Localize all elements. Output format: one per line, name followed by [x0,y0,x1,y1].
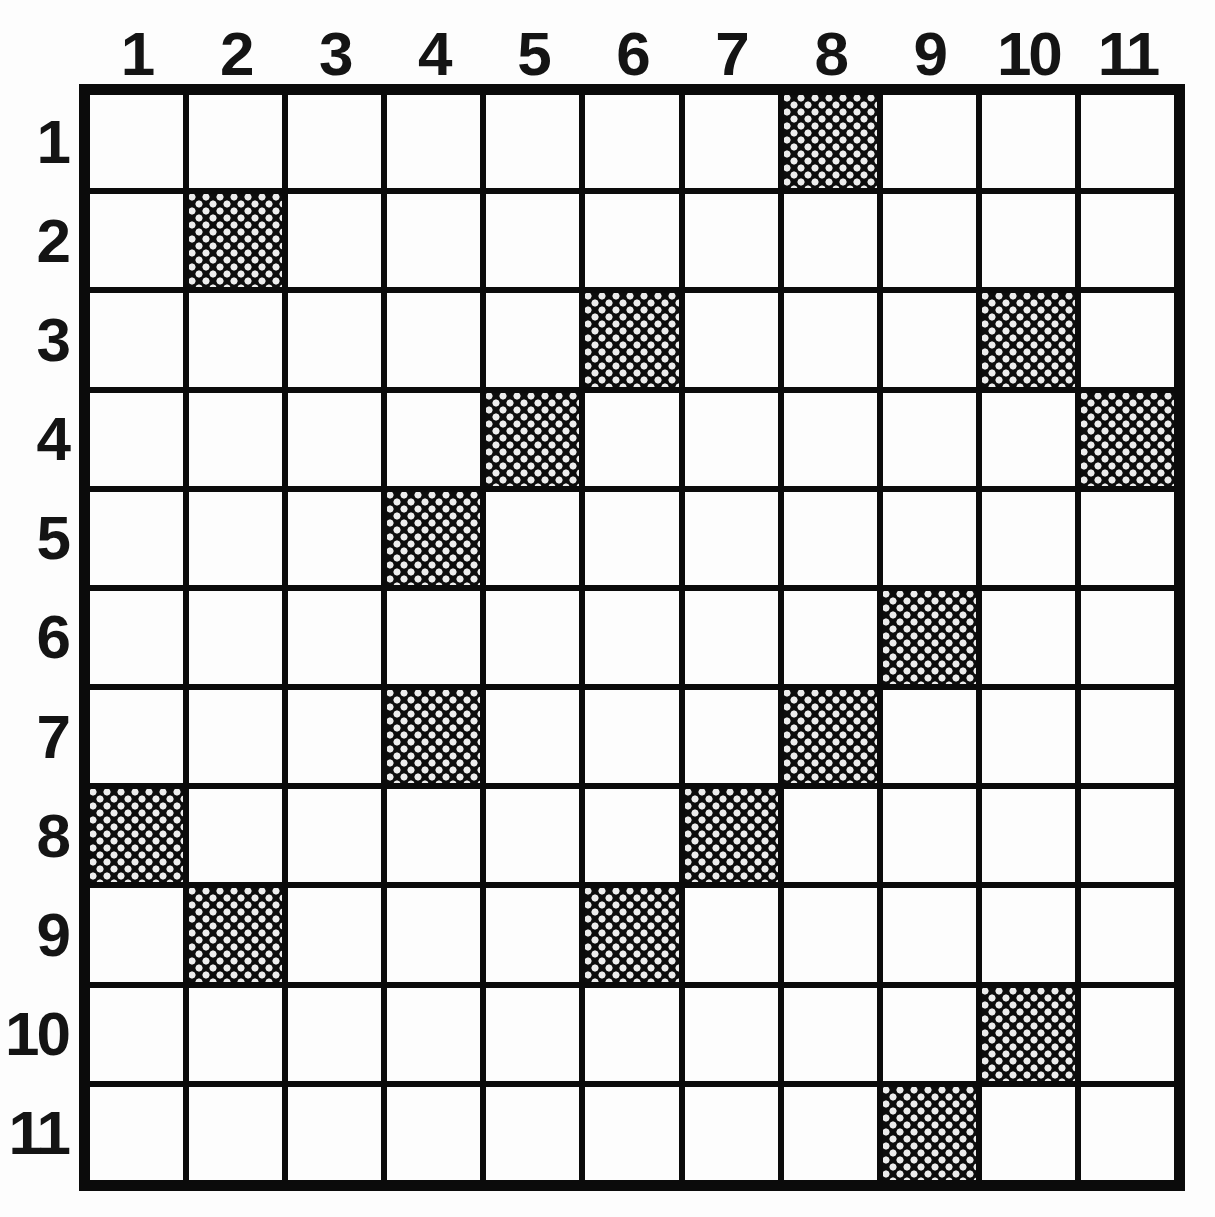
grid-cell-r1c9[interactable] [883,95,976,188]
grid-cell-r4c11[interactable] [1081,393,1174,486]
grid-cell-r7c8[interactable] [784,690,877,783]
grid-cell-r2c4[interactable] [387,194,480,287]
grid-cell-r6c4[interactable] [387,591,480,684]
grid-cell-r10c6[interactable] [585,988,678,1081]
grid-cell-r4c7[interactable] [685,393,778,486]
grid-cell-r3c8[interactable] [784,293,877,386]
grid-cell-r6c3[interactable] [288,591,381,684]
row-labels: 1234567891011 [2,95,74,1180]
grid-cell-r9c6[interactable] [585,888,678,981]
row-label-1: 1 [2,95,74,188]
grid-cell-r6c7[interactable] [685,591,778,684]
grid-cell-r8c8[interactable] [784,789,877,882]
column-labels: 1234567891011 [90,2,1174,82]
row-label-2: 2 [2,194,74,287]
col-label-8: 8 [784,2,877,82]
grid-cell-r11c10[interactable] [982,1087,1075,1180]
grid-cell-r5c8[interactable] [784,492,877,585]
col-label-5: 5 [486,2,579,82]
grid-cell-r3c9[interactable] [883,293,976,386]
grid-cell-r9c10[interactable] [982,888,1075,981]
grid-cell-r1c10[interactable] [982,95,1075,188]
grid-cell-r6c8[interactable] [784,591,877,684]
col-label-10: 10 [982,2,1075,82]
grid-cell-r8c11[interactable] [1081,789,1174,882]
grid-cell-r3c10[interactable] [982,293,1075,386]
grid-cell-r8c4[interactable] [387,789,480,882]
grid-cell-r10c7[interactable] [685,988,778,1081]
grid-cell-r2c6[interactable] [585,194,678,287]
grid-cell-r10c8[interactable] [784,988,877,1081]
grid-cell-r5c6[interactable] [585,492,678,585]
grid-cell-r5c7[interactable] [685,492,778,585]
grid-cell-r1c2[interactable] [189,95,282,188]
grid-cell-r5c2[interactable] [189,492,282,585]
col-label-3: 3 [288,2,381,82]
grid-cell-r1c6[interactable] [585,95,678,188]
grid-cell-r5c9[interactable] [883,492,976,585]
grid-cell-r5c5[interactable] [486,492,579,585]
grid-cell-r6c9[interactable] [883,591,976,684]
grid-cell-r9c2[interactable] [189,888,282,981]
grid-cell-r7c2[interactable] [189,690,282,783]
grid-cell-r11c6[interactable] [585,1087,678,1180]
grid-cell-r5c4[interactable] [387,492,480,585]
grid-cell-r2c1[interactable] [90,194,183,287]
grid-cell-r11c8[interactable] [784,1087,877,1180]
grid-cell-r1c5[interactable] [486,95,579,188]
row-label-10: 10 [2,988,74,1081]
grid-cell-r11c11[interactable] [1081,1087,1174,1180]
grid-cell-r8c6[interactable] [585,789,678,882]
grid-cell-r2c3[interactable] [288,194,381,287]
row-label-7: 7 [2,690,74,783]
grid-cell-r10c2[interactable] [189,988,282,1081]
grid-cell-r7c5[interactable] [486,690,579,783]
grid-cell-r5c3[interactable] [288,492,381,585]
grid-cell-r7c9[interactable] [883,690,976,783]
grid-cell-r10c5[interactable] [486,988,579,1081]
row-label-6: 6 [2,591,74,684]
col-label-4: 4 [387,2,480,82]
grid-cell-r2c8[interactable] [784,194,877,287]
grid-cell-r4c10[interactable] [982,393,1075,486]
row-label-5: 5 [2,492,74,585]
grid-cell-r6c5[interactable] [486,591,579,684]
grid-cell-r6c2[interactable] [189,591,282,684]
grid-cell-r4c3[interactable] [288,393,381,486]
grid-cell-r7c11[interactable] [1081,690,1174,783]
grid-cell-r8c5[interactable] [486,789,579,882]
grid-cell-r2c5[interactable] [486,194,579,287]
grid-cell-r2c2[interactable] [189,194,282,287]
col-label-7: 7 [685,2,778,82]
row-label-9: 9 [2,888,74,981]
grid-cell-r8c9[interactable] [883,789,976,882]
col-label-11: 11 [1081,2,1174,82]
grid-cell-r2c7[interactable] [685,194,778,287]
grid-cell-r9c11[interactable] [1081,888,1174,981]
grid-cell-r9c7[interactable] [685,888,778,981]
grid-cell-r4c1[interactable] [90,393,183,486]
grid-cell-r8c2[interactable] [189,789,282,882]
grid-cell-r5c11[interactable] [1081,492,1174,585]
grid-cell-r1c1[interactable] [90,95,183,188]
col-label-1: 1 [90,2,183,82]
grid-cell-r11c3[interactable] [288,1087,381,1180]
grid-cell-r9c4[interactable] [387,888,480,981]
grid-cell-r3c7[interactable] [685,293,778,386]
grid-cell-r3c5[interactable] [486,293,579,386]
grid-cell-r9c1[interactable] [90,888,183,981]
grid-cell-r10c1[interactable] [90,988,183,1081]
grid-cell-r3c1[interactable] [90,293,183,386]
grid-cell-r1c11[interactable] [1081,95,1174,188]
puzzle-board [79,84,1185,1191]
grid-cell-r3c11[interactable] [1081,293,1174,386]
col-label-9: 9 [883,2,976,82]
grid-cell-r1c7[interactable] [685,95,778,188]
grid-cell-r9c5[interactable] [486,888,579,981]
row-label-3: 3 [2,293,74,386]
grid-cell-r1c3[interactable] [288,95,381,188]
grid-cell-r7c6[interactable] [585,690,678,783]
grid-cell-r11c5[interactable] [486,1087,579,1180]
grid-cell-r10c11[interactable] [1081,988,1174,1081]
grid-cell-r4c9[interactable] [883,393,976,486]
grid-cell-r11c7[interactable] [685,1087,778,1180]
grid-cell-r9c8[interactable] [784,888,877,981]
grid-cell-r7c7[interactable] [685,690,778,783]
grid-cell-r10c3[interactable] [288,988,381,1081]
grid-cell-r2c11[interactable] [1081,194,1174,287]
grid-cell-r8c1[interactable] [90,789,183,882]
grid-cell-r4c2[interactable] [189,393,282,486]
grid-cell-r5c10[interactable] [982,492,1075,585]
grid-cell-r1c4[interactable] [387,95,480,188]
grid-cell-r6c11[interactable] [1081,591,1174,684]
grid-cell-r8c3[interactable] [288,789,381,882]
grid-cell-r4c6[interactable] [585,393,678,486]
puzzle-diagram: 1234567891011 1234567891011 [0,0,1215,1217]
grid-cell-r7c1[interactable] [90,690,183,783]
grid-cell-r11c9[interactable] [883,1087,976,1180]
col-label-2: 2 [189,2,282,82]
grid-cell-r4c8[interactable] [784,393,877,486]
grid-cell-r8c7[interactable] [685,789,778,882]
grid-cell-r7c10[interactable] [982,690,1075,783]
row-label-8: 8 [2,789,74,882]
grid-cell-r9c9[interactable] [883,888,976,981]
row-label-4: 4 [2,393,74,486]
grid-cell-r2c9[interactable] [883,194,976,287]
grid-cell-r3c4[interactable] [387,293,480,386]
grid-cell-r1c8[interactable] [784,95,877,188]
grid-cell-r7c3[interactable] [288,690,381,783]
grid-cell-r2c10[interactable] [982,194,1075,287]
grid-cell-r5c1[interactable] [90,492,183,585]
grid-cell-r11c1[interactable] [90,1087,183,1180]
grid-cell-r11c4[interactable] [387,1087,480,1180]
grid-cell-r10c4[interactable] [387,988,480,1081]
grid-cell-r3c3[interactable] [288,293,381,386]
row-label-11: 11 [2,1087,74,1180]
grid-cell-r10c9[interactable] [883,988,976,1081]
grid-cell-r10c10[interactable] [982,988,1075,1081]
grid-cell-r3c6[interactable] [585,293,678,386]
grid-cell-r6c6[interactable] [585,591,678,684]
grid-cell-r11c2[interactable] [189,1087,282,1180]
grid-cell-r4c4[interactable] [387,393,480,486]
grid-cell-r7c4[interactable] [387,690,480,783]
grid-cell-r6c1[interactable] [90,591,183,684]
grid-cell-r3c2[interactable] [189,293,282,386]
grid-cell-r8c10[interactable] [982,789,1075,882]
col-label-6: 6 [585,2,678,82]
grid-cell-r4c5[interactable] [486,393,579,486]
grid-cell-r9c3[interactable] [288,888,381,981]
grid-cell-r6c10[interactable] [982,591,1075,684]
